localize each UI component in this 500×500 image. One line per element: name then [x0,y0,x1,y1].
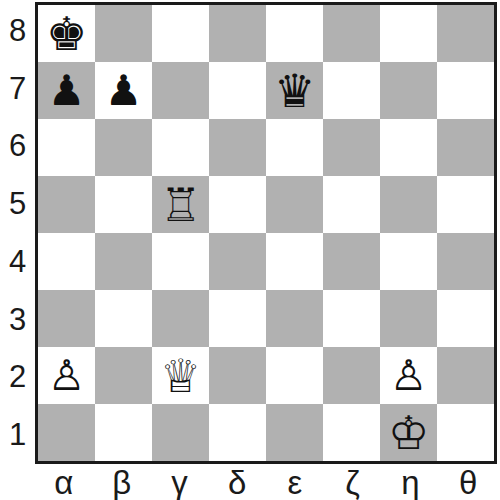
square-a3[interactable] [38,290,95,347]
square-h3[interactable] [437,290,494,347]
square-f1[interactable] [323,404,380,461]
rank-label-3: 3 [0,291,35,349]
square-a6[interactable] [38,119,95,176]
square-d2[interactable] [209,347,266,404]
square-a7[interactable]: ♟ [38,62,95,119]
square-d5[interactable] [209,176,266,233]
piece-black-pawn: ♟ [48,70,86,112]
square-b6[interactable] [95,119,152,176]
rank-labels: 87654321 [0,2,35,464]
chess-diagram-page: 87654321 ♚♟♟♛♖♙♕♙♔ αβγδεζηθ [0,0,500,500]
chess-board: ♚♟♟♛♖♙♕♙♔ [35,2,497,464]
diagram-corner-spacer [0,464,35,500]
square-a5[interactable] [38,176,95,233]
square-h5[interactable] [437,176,494,233]
square-c8[interactable] [152,5,209,62]
file-label-e: ε [266,464,324,500]
square-c6[interactable] [152,119,209,176]
square-f3[interactable] [323,290,380,347]
square-g1[interactable]: ♔ [380,404,437,461]
square-e8[interactable] [266,5,323,62]
square-a1[interactable] [38,404,95,461]
square-a8[interactable]: ♚ [38,5,95,62]
file-label-f: ζ [324,464,382,500]
square-g6[interactable] [380,119,437,176]
piece-white-king: ♔ [388,410,429,456]
piece-black-pawn: ♟ [105,70,143,112]
piece-white-queen: ♕ [160,353,201,399]
square-b5[interactable] [95,176,152,233]
square-b4[interactable] [95,233,152,290]
square-b7[interactable]: ♟ [95,62,152,119]
chess-diagram: 87654321 ♚♟♟♛♖♙♕♙♔ αβγδεζηθ [0,2,497,500]
square-b3[interactable] [95,290,152,347]
square-c5[interactable]: ♖ [152,176,209,233]
rank-label-8: 8 [0,2,35,60]
square-g4[interactable] [380,233,437,290]
square-e5[interactable] [266,176,323,233]
file-labels: αβγδεζηθ [35,464,497,500]
square-e7[interactable]: ♛ [266,62,323,119]
square-d1[interactable] [209,404,266,461]
square-g8[interactable] [380,5,437,62]
square-h4[interactable] [437,233,494,290]
square-f5[interactable] [323,176,380,233]
square-h6[interactable] [437,119,494,176]
square-h1[interactable] [437,404,494,461]
square-d6[interactable] [209,119,266,176]
piece-white-pawn: ♙ [48,355,86,397]
file-label-b: β [93,464,151,500]
file-label-c: γ [151,464,209,500]
square-g3[interactable] [380,290,437,347]
square-f7[interactable] [323,62,380,119]
square-g2[interactable]: ♙ [380,347,437,404]
file-label-d: δ [208,464,266,500]
rank-label-5: 5 [0,175,35,233]
rank-label-2: 2 [0,349,35,407]
square-e2[interactable] [266,347,323,404]
file-label-h: θ [439,464,497,500]
file-label-a: α [35,464,93,500]
square-c4[interactable] [152,233,209,290]
square-h8[interactable] [437,5,494,62]
square-d8[interactable] [209,5,266,62]
square-a2[interactable]: ♙ [38,347,95,404]
square-g5[interactable] [380,176,437,233]
piece-black-queen: ♛ [274,68,315,114]
square-f2[interactable] [323,347,380,404]
square-b1[interactable] [95,404,152,461]
square-b2[interactable] [95,347,152,404]
rank-label-4: 4 [0,233,35,291]
square-f8[interactable] [323,5,380,62]
square-e3[interactable] [266,290,323,347]
rank-label-1: 1 [0,406,35,464]
square-c3[interactable] [152,290,209,347]
square-e1[interactable] [266,404,323,461]
piece-white-rook: ♖ [160,182,201,228]
rank-label-7: 7 [0,60,35,118]
square-d3[interactable] [209,290,266,347]
piece-white-pawn: ♙ [390,355,428,397]
square-e6[interactable] [266,119,323,176]
square-g7[interactable] [380,62,437,119]
square-f4[interactable] [323,233,380,290]
square-a4[interactable] [38,233,95,290]
square-c2[interactable]: ♕ [152,347,209,404]
square-b8[interactable] [95,5,152,62]
square-h7[interactable] [437,62,494,119]
square-c1[interactable] [152,404,209,461]
square-d7[interactable] [209,62,266,119]
square-e4[interactable] [266,233,323,290]
rank-label-6: 6 [0,118,35,176]
square-f6[interactable] [323,119,380,176]
square-d4[interactable] [209,233,266,290]
file-label-g: η [382,464,440,500]
square-h2[interactable] [437,347,494,404]
piece-black-king: ♚ [46,11,87,57]
square-c7[interactable] [152,62,209,119]
